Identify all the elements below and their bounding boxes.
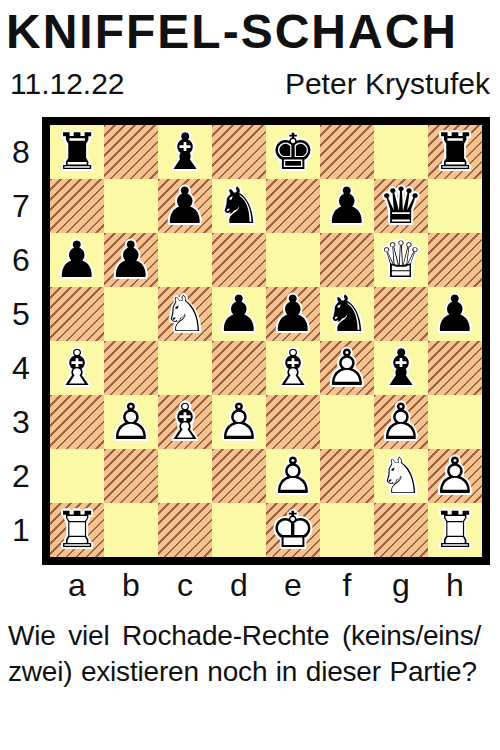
square-c8: ♝♝ — [158, 125, 212, 179]
byline: 11.12.22 Peter Krystufek — [0, 67, 500, 101]
puzzle-question: Wie viel Rochade-Rechte (keins/eins/ zwe… — [0, 618, 500, 690]
square-b7 — [104, 179, 158, 233]
square-a7 — [50, 179, 104, 233]
square-g5 — [374, 287, 428, 341]
square-g8 — [374, 125, 428, 179]
rank-label-3: 3 — [0, 395, 42, 449]
square-h2: ♟♙ — [428, 449, 482, 503]
chess-board: ♜♜♝♝♚♚♜♜♟♟♞♞♟♟♛♛♟♟♟♟♛♕♞♘♟♟♟♟♞♞♟♟♝♗♝♗♟♙♝♝… — [42, 117, 490, 565]
square-a8: ♜♜ — [50, 125, 104, 179]
rank-label-1: 1 — [0, 503, 42, 557]
square-b4 — [104, 341, 158, 395]
square-e5: ♟♟ — [266, 287, 320, 341]
square-h7 — [428, 179, 482, 233]
file-label-e: e — [266, 567, 320, 604]
square-d3: ♟♙ — [212, 395, 266, 449]
black-pawn: ♟♟ — [104, 233, 158, 287]
rank-label-4: 4 — [0, 341, 42, 395]
white-pawn: ♟♙ — [266, 449, 320, 503]
black-pawn: ♟♟ — [158, 179, 212, 233]
square-c7: ♟♟ — [158, 179, 212, 233]
black-king: ♚♚ — [266, 125, 320, 179]
white-rook: ♜♖ — [428, 503, 482, 557]
rank-label-5: 5 — [0, 287, 42, 341]
file-label-b: b — [104, 567, 158, 604]
puzzle-date: 11.12.22 — [10, 67, 125, 101]
white-pawn: ♟♙ — [428, 449, 482, 503]
square-h4 — [428, 341, 482, 395]
square-a2 — [50, 449, 104, 503]
black-rook: ♜♜ — [50, 125, 104, 179]
black-rook: ♜♜ — [428, 125, 482, 179]
square-g3: ♟♙ — [374, 395, 428, 449]
square-a4: ♝♗ — [50, 341, 104, 395]
rank-label-6: 6 — [0, 233, 42, 287]
rank-labels: 87654321 — [0, 125, 42, 565]
square-b3: ♟♙ — [104, 395, 158, 449]
file-label-c: c — [158, 567, 212, 604]
square-f2 — [320, 449, 374, 503]
white-pawn: ♟♙ — [212, 395, 266, 449]
square-h6 — [428, 233, 482, 287]
puzzle-page: KNIFFEL-SCHACH 11.12.22 Peter Krystufek … — [0, 0, 500, 750]
square-d6 — [212, 233, 266, 287]
square-h5: ♟♟ — [428, 287, 482, 341]
question-line-1: Wie viel Rochade-Rechte (keins/eins/ — [8, 618, 492, 654]
white-knight: ♞♘ — [158, 287, 212, 341]
black-bishop: ♝♝ — [158, 125, 212, 179]
square-d2 — [212, 449, 266, 503]
square-g4: ♝♝ — [374, 341, 428, 395]
file-label-a: a — [50, 567, 104, 604]
page-title: KNIFFEL-SCHACH — [0, 0, 500, 59]
square-b2 — [104, 449, 158, 503]
white-king: ♚♔ — [266, 503, 320, 557]
square-f5: ♞♞ — [320, 287, 374, 341]
square-a6: ♟♟ — [50, 233, 104, 287]
rank-label-2: 2 — [0, 449, 42, 503]
white-queen: ♛♕ — [374, 233, 428, 287]
square-b5 — [104, 287, 158, 341]
file-labels: abcdefgh — [50, 567, 500, 604]
black-pawn: ♟♟ — [320, 179, 374, 233]
square-e8: ♚♚ — [266, 125, 320, 179]
square-f7: ♟♟ — [320, 179, 374, 233]
white-pawn: ♟♙ — [104, 395, 158, 449]
black-bishop: ♝♝ — [374, 341, 428, 395]
rank-label-7: 7 — [0, 179, 42, 233]
square-e6 — [266, 233, 320, 287]
file-label-h: h — [428, 567, 482, 604]
white-bishop: ♝♗ — [266, 341, 320, 395]
square-b8 — [104, 125, 158, 179]
chess-board-area: 87654321 ♜♜♝♝♚♚♜♜♟♟♞♞♟♟♛♛♟♟♟♟♛♕♞♘♟♟♟♟♞♞♟… — [0, 117, 500, 565]
white-knight: ♞♘ — [374, 449, 428, 503]
file-label-d: d — [212, 567, 266, 604]
white-pawn: ♟♙ — [320, 341, 374, 395]
square-b1 — [104, 503, 158, 557]
square-e1: ♚♔ — [266, 503, 320, 557]
square-b6: ♟♟ — [104, 233, 158, 287]
square-f3 — [320, 395, 374, 449]
square-f4: ♟♙ — [320, 341, 374, 395]
black-knight: ♞♞ — [320, 287, 374, 341]
square-g1 — [374, 503, 428, 557]
black-pawn: ♟♟ — [266, 287, 320, 341]
square-h8: ♜♜ — [428, 125, 482, 179]
file-label-f: f — [320, 567, 374, 604]
white-bishop: ♝♗ — [158, 395, 212, 449]
puzzle-author: Peter Krystufek — [285, 67, 490, 101]
square-e4: ♝♗ — [266, 341, 320, 395]
square-c6 — [158, 233, 212, 287]
square-c1 — [158, 503, 212, 557]
square-e7 — [266, 179, 320, 233]
white-pawn: ♟♙ — [374, 395, 428, 449]
square-d5: ♟♟ — [212, 287, 266, 341]
square-e3 — [266, 395, 320, 449]
square-a1: ♜♖ — [50, 503, 104, 557]
question-line-2: zwei) existieren noch in dieser Partie? — [8, 654, 492, 690]
square-g2: ♞♘ — [374, 449, 428, 503]
black-pawn: ♟♟ — [212, 287, 266, 341]
square-a5 — [50, 287, 104, 341]
black-knight: ♞♞ — [212, 179, 266, 233]
square-d7: ♞♞ — [212, 179, 266, 233]
square-c4 — [158, 341, 212, 395]
white-rook: ♜♖ — [50, 503, 104, 557]
white-bishop: ♝♗ — [50, 341, 104, 395]
square-g6: ♛♕ — [374, 233, 428, 287]
square-a3 — [50, 395, 104, 449]
square-h1: ♜♖ — [428, 503, 482, 557]
black-pawn: ♟♟ — [50, 233, 104, 287]
square-h3 — [428, 395, 482, 449]
square-f8 — [320, 125, 374, 179]
square-e2: ♟♙ — [266, 449, 320, 503]
square-c2 — [158, 449, 212, 503]
black-pawn: ♟♟ — [428, 287, 482, 341]
square-d1 — [212, 503, 266, 557]
square-c3: ♝♗ — [158, 395, 212, 449]
black-queen: ♛♛ — [374, 179, 428, 233]
file-label-g: g — [374, 567, 428, 604]
rank-label-8: 8 — [0, 125, 42, 179]
square-g7: ♛♛ — [374, 179, 428, 233]
square-c5: ♞♘ — [158, 287, 212, 341]
square-f1 — [320, 503, 374, 557]
square-d8 — [212, 125, 266, 179]
square-f6 — [320, 233, 374, 287]
square-d4 — [212, 341, 266, 395]
